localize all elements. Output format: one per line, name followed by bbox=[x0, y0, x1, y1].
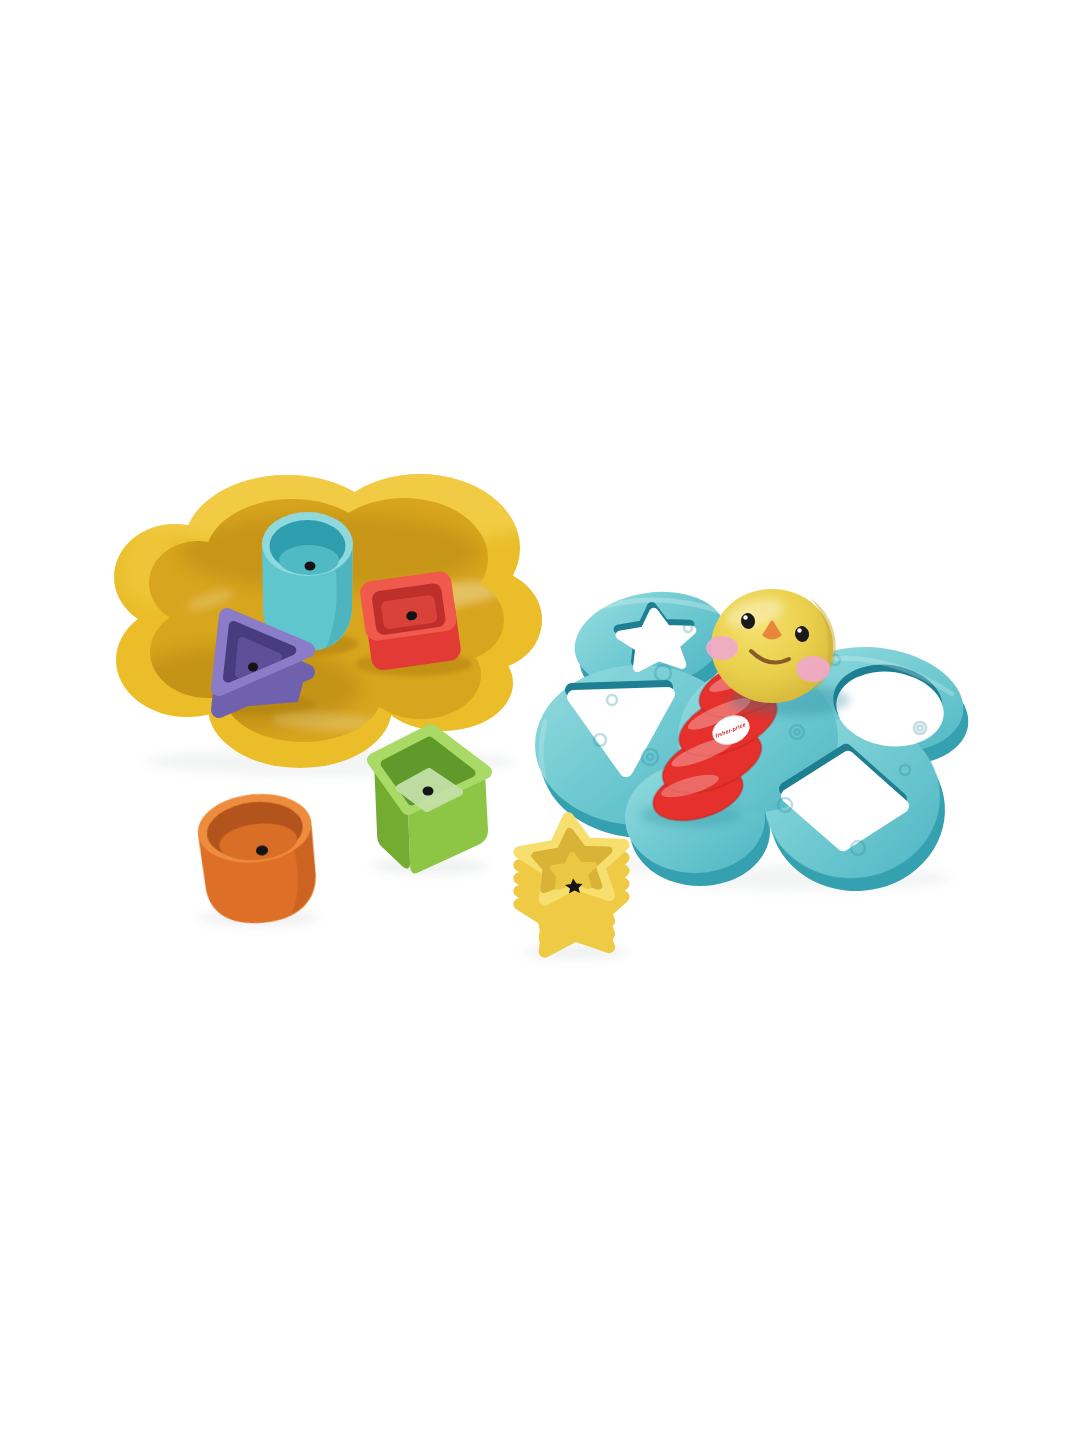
right-cheek bbox=[796, 656, 830, 682]
purple-triangle-hole bbox=[248, 663, 258, 672]
blue-cylinder-floor bbox=[279, 545, 339, 575]
red-cube-block bbox=[359, 570, 463, 672]
green-cube-hole bbox=[423, 787, 434, 796]
blue-cylinder-hole bbox=[305, 562, 316, 571]
left-cheek bbox=[706, 636, 738, 660]
left-eye-glint bbox=[743, 615, 747, 619]
scene-canvas: fisher-price bbox=[0, 0, 1080, 1440]
right-eye-glint bbox=[797, 628, 801, 632]
product-photo: fisher-price bbox=[0, 0, 1080, 1440]
